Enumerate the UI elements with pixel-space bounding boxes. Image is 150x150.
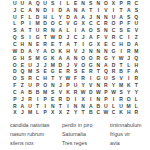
grid-cell[interactable]: J [79, 48, 87, 55]
grid-cell[interactable]: C [133, 0, 141, 7]
grid-cell[interactable]: O [79, 55, 87, 62]
word-list-item[interactable]: avia [110, 139, 142, 148]
grid-cell[interactable]: T [133, 82, 141, 89]
grid-cell[interactable]: O [87, 55, 95, 62]
grid-cell[interactable]: A [26, 48, 34, 55]
grid-cell[interactable]: Y [110, 82, 118, 89]
grid-cell[interactable]: N [102, 48, 110, 55]
grid-cell[interactable]: D [87, 89, 95, 96]
word-list-item[interactable]: Saturnalia [62, 130, 92, 139]
grid-cell[interactable]: R [57, 96, 65, 103]
grid-cell[interactable]: J [11, 7, 19, 14]
grid-cell[interactable]: S [49, 89, 57, 96]
grid-cell[interactable]: M [41, 89, 49, 96]
grid-cell[interactable]: R [95, 55, 103, 62]
grid-cell[interactable]: B [87, 110, 95, 117]
grid-cell[interactable]: K [57, 48, 65, 55]
grid-cell[interactable]: Y [72, 110, 80, 117]
grid-cell[interactable]: N [95, 82, 103, 89]
grid-cell[interactable]: C [11, 89, 19, 96]
grid-cell[interactable]: B [26, 89, 34, 96]
grid-cell[interactable]: A [64, 41, 72, 48]
word-search-puzzle: UUAQUSILENSNOXPRCJCANDIDANATIVITASUFLDHL… [0, 0, 150, 150]
grid-cell[interactable]: R [125, 48, 133, 55]
word-list-item[interactable]: frigus vir [110, 130, 142, 139]
grid-cell[interactable]: S [133, 7, 141, 14]
grid-cell[interactable]: Y [110, 55, 118, 62]
word-list-item[interactable]: perdix in piro [62, 121, 92, 130]
grid-cell[interactable]: H [19, 41, 27, 48]
grid-cell[interactable]: M [26, 110, 34, 117]
grid-cell[interactable]: P [11, 96, 19, 103]
grid-cell[interactable]: F [11, 82, 19, 89]
grid-cell[interactable]: Q [34, 0, 42, 7]
grid-cell[interactable]: H [125, 110, 133, 117]
grid-cell[interactable]: Y [133, 89, 141, 96]
grid-cell[interactable]: P [34, 82, 42, 89]
grid-cell[interactable]: S [87, 0, 95, 7]
grid-cell[interactable]: K [117, 110, 125, 117]
grid-cell[interactable]: O [125, 96, 133, 103]
grid-cell[interactable]: N [87, 48, 95, 55]
grid-cell[interactable]: P [117, 0, 125, 7]
grid-cell[interactable]: G [41, 55, 49, 62]
grid-cell[interactable]: O [102, 0, 110, 7]
word-list-item[interactable]: candida nativitas [10, 121, 49, 130]
grid-cell[interactable]: U [19, 0, 27, 7]
grid-cell[interactable]: P [41, 110, 49, 117]
grid-cell[interactable]: X [110, 0, 118, 7]
grid-cell[interactable]: L [133, 96, 141, 103]
grid-cell[interactable]: V [87, 82, 95, 89]
grid-cell[interactable]: N [72, 55, 80, 62]
grid-cell[interactable]: N [95, 48, 103, 55]
grid-cell[interactable]: E [49, 96, 57, 103]
grid-cell[interactable]: X [95, 41, 103, 48]
grid-cell[interactable]: G [102, 55, 110, 62]
grid-cell[interactable]: M [117, 82, 125, 89]
grid-cell[interactable]: Q [133, 55, 141, 62]
grid-cell[interactable]: A [64, 55, 72, 62]
grid-cell[interactable]: R [117, 96, 125, 103]
grid-cell[interactable]: X [57, 110, 65, 117]
grid-cell[interactable]: W [79, 89, 87, 96]
grid-cell[interactable]: K [49, 55, 57, 62]
grid-cell[interactable]: G [11, 55, 19, 62]
grid-cell[interactable]: N [95, 0, 103, 7]
grid-cell[interactable]: K [125, 82, 133, 89]
word-list-column: perdix in piroSaturnaliaTres reges [62, 121, 92, 148]
grid-cell[interactable]: N [95, 96, 103, 103]
grid-cell[interactable]: A [26, 0, 34, 7]
grid-cell[interactable]: H [19, 55, 27, 62]
grid-cell[interactable]: R [26, 96, 34, 103]
grid-cell[interactable]: G [110, 48, 118, 55]
grid-cell[interactable]: M [133, 48, 141, 55]
grid-cell[interactable]: D [125, 41, 133, 48]
grid-cell[interactable]: X [49, 110, 57, 117]
grid-cell[interactable]: R [125, 0, 133, 7]
grid-cell[interactable]: X [11, 110, 19, 117]
grid-cell[interactable]: P [102, 89, 110, 96]
grid-cell[interactable]: J [125, 55, 133, 62]
word-list-item[interactable]: silens nox [10, 139, 49, 148]
grid-cell[interactable]: L [34, 110, 42, 117]
grid-cell[interactable]: W [11, 48, 19, 55]
grid-cell[interactable]: N [49, 82, 57, 89]
grid-cell[interactable]: R [133, 110, 141, 117]
grid-cell[interactable]: Y [79, 82, 87, 89]
grid-cell[interactable]: K [64, 89, 72, 96]
grid-cell[interactable]: J [57, 82, 65, 89]
grid-cell[interactable]: A [79, 7, 87, 14]
grid-cell[interactable]: C [110, 41, 118, 48]
grid-cell[interactable]: O [41, 82, 49, 89]
word-list-column: tintinnabulumfrigus viravia [110, 121, 142, 148]
grid-cell[interactable]: S [117, 89, 125, 96]
grid-cell[interactable]: J [19, 110, 27, 117]
grid-cell[interactable]: X [79, 96, 87, 103]
grid-cell[interactable]: A [19, 89, 27, 96]
grid-cell[interactable]: T [72, 41, 80, 48]
grid-cell[interactable]: A [26, 7, 34, 14]
grid-cell[interactable]: P [102, 96, 110, 103]
grid-cell[interactable]: W [102, 110, 110, 117]
grid-cell[interactable]: T [87, 7, 95, 14]
grid-cell[interactable]: I [49, 7, 57, 14]
grid-cell[interactable]: H [117, 41, 125, 48]
grid-cell[interactable]: A [41, 48, 49, 55]
grid-cell[interactable]: E [49, 41, 57, 48]
grid-cell[interactable]: L [64, 0, 72, 7]
grid-cell[interactable]: J [19, 96, 27, 103]
letter-grid: UUAQUSILENSNOXPRCJCANDIDANATIVITASUFLDHL… [11, 0, 140, 116]
grid-cell[interactable]: D [19, 48, 27, 55]
grid-cell[interactable]: I [57, 0, 65, 7]
grid-cell[interactable]: U [72, 82, 80, 89]
grid-cell[interactable]: C [11, 41, 19, 48]
grid-cell[interactable]: U [41, 0, 49, 7]
grid-cell[interactable]: N [26, 41, 34, 48]
word-list-item[interactable]: Tres reges [62, 139, 92, 148]
grid-cell[interactable]: M [34, 55, 42, 62]
grid-cell[interactable]: A [133, 41, 141, 48]
grid-cell[interactable]: C [95, 110, 103, 117]
word-list-item[interactable]: reno [10, 148, 49, 150]
grid-cell[interactable]: V [72, 48, 80, 55]
grid-cell[interactable]: O [49, 48, 57, 55]
grid-cell[interactable]: N [72, 7, 80, 14]
word-list-item[interactable]: nasum rubrum [10, 130, 49, 139]
grid-cell[interactable]: R [41, 41, 49, 48]
grid-cell[interactable]: E [34, 41, 42, 48]
grid-cell[interactable]: C [19, 7, 27, 14]
grid-cell[interactable]: I [34, 96, 42, 103]
grid-cell[interactable]: R [102, 82, 110, 89]
grid-cell[interactable]: A [125, 7, 133, 14]
grid-cell[interactable]: D [57, 7, 65, 14]
grid-cell[interactable]: H [64, 48, 72, 55]
grid-cell[interactable]: I [72, 96, 80, 103]
grid-cell[interactable]: U [26, 82, 34, 89]
grid-cell[interactable]: D [64, 96, 72, 103]
grid-cell[interactable]: A [64, 7, 72, 14]
word-list-item[interactable]: tintinnabulum [110, 121, 142, 130]
grid-cell[interactable]: V [57, 89, 65, 96]
grid-cell[interactable]: U [11, 0, 19, 7]
grid-cell[interactable]: P [64, 82, 72, 89]
grid-cell[interactable]: G [87, 41, 95, 48]
grid-cell[interactable]: T [79, 110, 87, 117]
grid-cell[interactable]: I [79, 41, 87, 48]
grid-cell[interactable]: Z [64, 110, 72, 117]
grid-cell[interactable]: N [34, 7, 42, 14]
grid-cell[interactable]: I [110, 96, 118, 103]
grid-cell[interactable]: A [57, 55, 65, 62]
grid-cell[interactable]: C [110, 110, 118, 117]
grid-cell[interactable]: Y [34, 48, 42, 55]
grid-cell[interactable]: D [41, 7, 49, 14]
grid-cell[interactable]: I [95, 7, 103, 14]
grid-cell[interactable]: W [95, 89, 103, 96]
grid-cell[interactable]: Z [19, 82, 27, 89]
grid-cell[interactable]: B [34, 89, 42, 96]
grid-cell[interactable]: S [49, 0, 57, 7]
grid-cell[interactable]: E [102, 41, 110, 48]
grid-cell[interactable]: W [110, 89, 118, 96]
grid-cell[interactable]: T [57, 41, 65, 48]
grid-cell[interactable]: I [110, 7, 118, 14]
grid-cell[interactable]: Y [125, 89, 133, 96]
grid-cell[interactable]: S [26, 55, 34, 62]
grid-cell[interactable]: T [117, 7, 125, 14]
grid-cell[interactable]: V [102, 7, 110, 14]
grid-cell[interactable]: I [117, 48, 125, 55]
word-list-column: candida nativitasnasum rubrumsilens noxr… [10, 121, 49, 150]
grid-cell[interactable]: P [41, 96, 49, 103]
grid-cell[interactable]: E [72, 0, 80, 7]
grid-cell[interactable]: R [72, 89, 80, 96]
grid-cell[interactable]: W [117, 55, 125, 62]
grid-cell[interactable]: I [87, 96, 95, 103]
grid-cell[interactable]: N [79, 0, 87, 7]
